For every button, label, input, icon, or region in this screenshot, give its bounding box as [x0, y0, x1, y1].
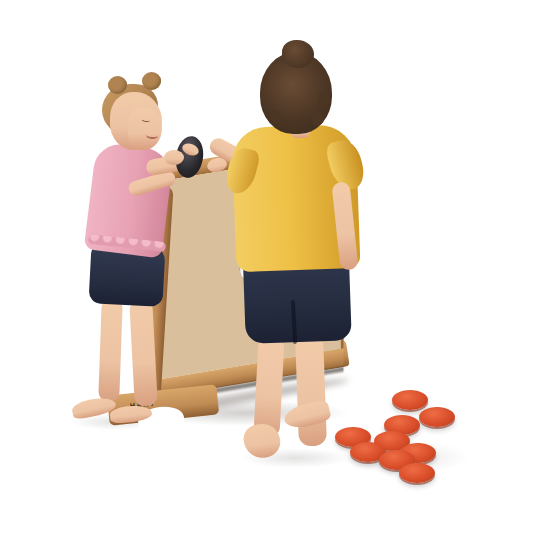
loose-orange-disc-1[interactable]: [392, 390, 428, 410]
loose-orange-disc-2[interactable]: [419, 407, 455, 427]
child-left-hair-bun-left: [108, 76, 127, 94]
connect-four-photo-scene: HART: [0, 0, 533, 533]
child-right-left-leg: [253, 335, 284, 438]
loose-orange-disc-9[interactable]: [399, 463, 435, 483]
child-right-hair-curl: [318, 92, 330, 106]
child-right-right-leg: [295, 334, 327, 447]
child-left-hair-bun-right: [142, 72, 161, 90]
child-left-hand-on-disc: [164, 150, 184, 165]
child-right-hair-bun: [282, 40, 314, 68]
child-left-cheek: [128, 108, 162, 150]
child-left-left-leg: [98, 298, 123, 403]
